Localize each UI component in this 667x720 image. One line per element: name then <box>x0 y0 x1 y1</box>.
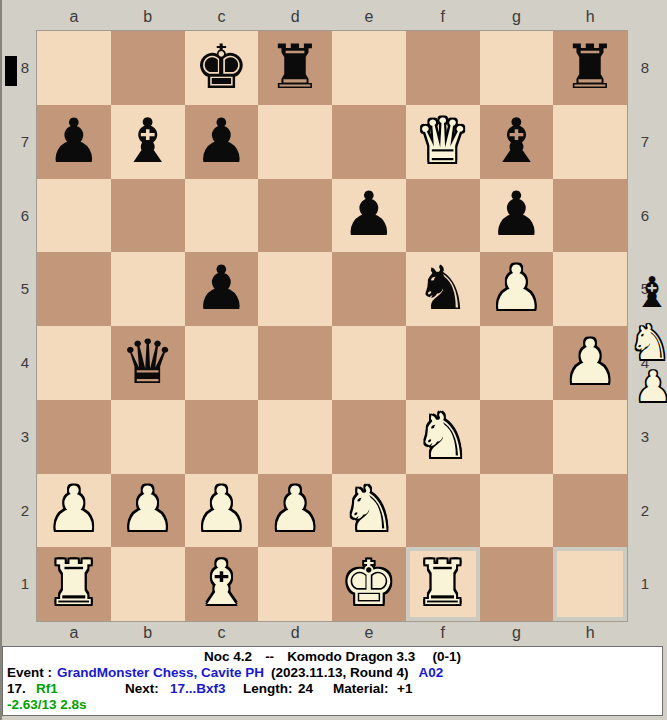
square-c2[interactable]: ♟ <box>185 474 259 548</box>
black-queen[interactable]: ♛ <box>120 331 175 392</box>
black-pawn[interactable]: ♟ <box>47 110 102 171</box>
square-g6[interactable]: ♟ <box>480 179 554 253</box>
white-engine-name: Noc 4.2 <box>204 649 252 664</box>
game-result: (0-1) <box>432 649 461 664</box>
square-c7[interactable]: ♟ <box>185 105 259 179</box>
square-h5[interactable] <box>553 252 627 326</box>
captured-white-knight: ♞ <box>628 318 667 366</box>
event-line: Event :GrandMonster Chess, Cavite PH(202… <box>3 665 662 681</box>
file-label-bottom-a: a <box>37 624 111 642</box>
file-label-bottom-d: d <box>258 624 332 642</box>
square-a2[interactable]: ♟ <box>37 474 111 548</box>
square-b8[interactable] <box>111 31 185 105</box>
square-g8[interactable] <box>480 31 554 105</box>
move-line: 17. Rf1 Next: 17...Bxf3 Length: 24 Mater… <box>3 681 662 697</box>
white-pawn[interactable]: ♟ <box>563 331 618 392</box>
square-d8[interactable]: ♜ <box>258 31 332 105</box>
square-d3[interactable] <box>258 400 332 474</box>
square-c3[interactable] <box>185 400 259 474</box>
square-d5[interactable] <box>258 252 332 326</box>
rank-label-left-2: 2 <box>17 474 33 548</box>
square-b2[interactable]: ♟ <box>111 474 185 548</box>
square-h2[interactable] <box>553 474 627 548</box>
square-a1[interactable]: ♜ <box>37 547 111 621</box>
title-separator: -- <box>265 649 274 664</box>
black-knight[interactable]: ♞ <box>415 257 470 318</box>
square-e1[interactable]: ♚ <box>332 547 406 621</box>
square-h1[interactable] <box>553 547 627 621</box>
square-d7[interactable] <box>258 105 332 179</box>
square-f3[interactable]: ♞ <box>406 400 480 474</box>
square-b6[interactable] <box>111 179 185 253</box>
next-move[interactable]: 17...Bxf3 <box>170 681 226 697</box>
white-knight[interactable]: ♞ <box>342 478 397 539</box>
square-a4[interactable] <box>37 326 111 400</box>
eco-code[interactable]: A02 <box>418 665 443 680</box>
material-value: +1 <box>397 681 412 697</box>
file-label-top-c: c <box>185 8 259 26</box>
rank-label-right-6: 6 <box>637 179 653 253</box>
square-d2[interactable]: ♟ <box>258 474 332 548</box>
square-e8[interactable] <box>332 31 406 105</box>
file-label-top-a: a <box>37 8 111 26</box>
length-label: Length: <box>243 681 293 697</box>
white-pawn[interactable]: ♟ <box>268 478 323 539</box>
square-f2[interactable] <box>406 474 480 548</box>
white-pawn[interactable]: ♟ <box>489 257 544 318</box>
square-a3[interactable] <box>37 400 111 474</box>
side-to-move-indicator <box>5 56 17 86</box>
square-b4[interactable]: ♛ <box>111 326 185 400</box>
captured-black-bishop: ♝ <box>632 272 667 314</box>
square-h3[interactable] <box>553 400 627 474</box>
engine-eval: -2.63/13 2.8s <box>3 697 662 713</box>
white-pawn[interactable]: ♟ <box>194 478 249 539</box>
square-e4[interactable] <box>332 326 406 400</box>
file-label-bottom-g: g <box>480 624 554 642</box>
square-g2[interactable] <box>480 474 554 548</box>
file-label-top-d: d <box>258 8 332 26</box>
white-knight[interactable]: ♞ <box>415 405 470 466</box>
square-h8[interactable]: ♜ <box>553 31 627 105</box>
event-details: (2023.11.13, Round 4) <box>271 665 408 680</box>
match-title: Noc 4.2--Komodo Dragon 3.3(0-1) <box>3 649 662 665</box>
square-g1[interactable] <box>480 547 554 621</box>
file-label-top-f: f <box>406 8 480 26</box>
file-label-top-h: h <box>553 8 627 26</box>
square-f1[interactable]: ♜ <box>406 547 480 621</box>
square-e3[interactable] <box>332 400 406 474</box>
square-b3[interactable] <box>111 400 185 474</box>
white-pawn[interactable]: ♟ <box>120 478 175 539</box>
white-queen[interactable]: ♛ <box>415 110 470 171</box>
square-f7[interactable]: ♛ <box>406 105 480 179</box>
square-c6[interactable] <box>185 179 259 253</box>
rank-label-left-5: 5 <box>17 252 33 326</box>
white-pawn[interactable]: ♟ <box>47 478 102 539</box>
square-h7[interactable] <box>553 105 627 179</box>
file-label-top-b: b <box>111 8 185 26</box>
black-pawn[interactable]: ♟ <box>194 110 249 171</box>
event-name[interactable]: GrandMonster Chess, Cavite PH <box>57 665 264 680</box>
square-a8[interactable] <box>37 31 111 105</box>
rank-label-right-1: 1 <box>637 547 653 621</box>
square-b1[interactable] <box>111 547 185 621</box>
black-bishop[interactable]: ♝ <box>489 110 544 171</box>
black-pawn[interactable]: ♟ <box>489 183 544 244</box>
file-label-top-e: e <box>332 8 406 26</box>
black-engine-name: Komodo Dragon 3.3 <box>287 649 415 664</box>
square-b5[interactable] <box>111 252 185 326</box>
square-b7[interactable]: ♝ <box>111 105 185 179</box>
rank-label-right-8: 8 <box>637 31 653 105</box>
file-label-bottom-h: h <box>553 624 627 642</box>
square-d6[interactable] <box>258 179 332 253</box>
move-number: 17. <box>7 681 26 697</box>
square-g4[interactable] <box>480 326 554 400</box>
rank-label-left-3: 3 <box>17 400 33 474</box>
square-d4[interactable] <box>258 326 332 400</box>
white-king[interactable]: ♚ <box>342 552 397 613</box>
chess-board[interactable]: ♚♜♜♟♝♟♛♝♟♟♟♞♟♛♟♞♟♟♟♟♞♜♝♚♜ <box>36 30 628 622</box>
square-g7[interactable]: ♝ <box>480 105 554 179</box>
square-h6[interactable] <box>553 179 627 253</box>
file-label-top-g: g <box>480 8 554 26</box>
black-rook[interactable]: ♜ <box>563 36 618 97</box>
file-label-bottom-e: e <box>332 624 406 642</box>
rank-label-right-7: 7 <box>637 105 653 179</box>
square-a5[interactable] <box>37 252 111 326</box>
square-g3[interactable] <box>480 400 554 474</box>
square-e6[interactable]: ♟ <box>332 179 406 253</box>
black-bishop[interactable]: ♝ <box>120 110 175 171</box>
black-pawn[interactable]: ♟ <box>194 257 249 318</box>
next-label: Next: <box>125 681 159 697</box>
square-g5[interactable]: ♟ <box>480 252 554 326</box>
black-king[interactable]: ♚ <box>194 36 249 97</box>
square-a6[interactable] <box>37 179 111 253</box>
square-f5[interactable]: ♞ <box>406 252 480 326</box>
square-c1[interactable]: ♝ <box>185 547 259 621</box>
white-rook[interactable]: ♜ <box>47 552 102 613</box>
white-rook[interactable]: ♜ <box>415 552 470 613</box>
window-edge <box>0 0 2 720</box>
rank-label-right-2: 2 <box>637 474 653 548</box>
current-move[interactable]: Rf1 <box>36 681 58 697</box>
rank-label-left-4: 4 <box>17 326 33 400</box>
rank-label-left-7: 7 <box>17 105 33 179</box>
black-rook[interactable]: ♜ <box>268 36 323 97</box>
square-c4[interactable] <box>185 326 259 400</box>
game-info-panel: Noc 4.2--Komodo Dragon 3.3(0-1) Event :G… <box>2 646 663 716</box>
square-e7[interactable] <box>332 105 406 179</box>
square-h4[interactable]: ♟ <box>553 326 627 400</box>
square-f8[interactable] <box>406 31 480 105</box>
square-e2[interactable]: ♞ <box>332 474 406 548</box>
file-label-bottom-c: c <box>185 624 259 642</box>
black-pawn[interactable]: ♟ <box>342 183 397 244</box>
event-label: Event : <box>7 665 52 680</box>
square-e5[interactable] <box>332 252 406 326</box>
rank-label-left-6: 6 <box>17 179 33 253</box>
file-label-bottom-b: b <box>111 624 185 642</box>
captured-white-pawn: ♟ <box>633 366 667 408</box>
length-value: 24 <box>298 681 313 697</box>
white-bishop[interactable]: ♝ <box>194 552 249 613</box>
square-c8[interactable]: ♚ <box>185 31 259 105</box>
square-c5[interactable]: ♟ <box>185 252 259 326</box>
file-label-bottom-f: f <box>406 624 480 642</box>
square-f4[interactable] <box>406 326 480 400</box>
material-label: Material: <box>333 681 389 697</box>
rank-label-left-8: 8 <box>17 31 33 105</box>
rank-label-left-1: 1 <box>17 547 33 621</box>
square-f6[interactable] <box>406 179 480 253</box>
square-a7[interactable]: ♟ <box>37 105 111 179</box>
square-d1[interactable] <box>258 547 332 621</box>
